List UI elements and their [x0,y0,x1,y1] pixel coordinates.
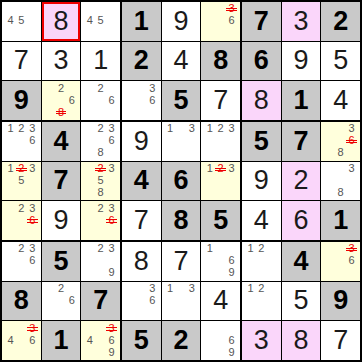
candidate-1: 1 [204,243,215,255]
cell-r8c4[interactable]: 36 [122,282,161,321]
solved-digit: 7 [14,47,29,74]
solved-digit: 8 [293,327,308,354]
given-digit: 9 [14,87,29,114]
given-digit: 7 [293,128,308,155]
solved-digit: 7 [333,327,348,354]
candidate-3: 3 [147,82,158,94]
cell-r3c7[interactable]: 8 [242,81,281,120]
given-digit: 4 [134,167,149,194]
candidate-3: 3 [27,243,38,255]
solved-digit: 8 [134,248,149,275]
candidate-2: 2 [56,82,67,94]
candidate-3: 3 [27,202,38,214]
pencil-marks: 169 [204,243,237,279]
cell-r5c3[interactable]: 2358 [81,162,120,201]
given-digit: 1 [333,207,348,234]
candidate-1: 1 [165,123,176,135]
cell-r6c1[interactable]: 236 [2,201,41,240]
candidate-9: 9 [106,267,117,279]
candidate-2: 2 [215,123,226,135]
cell-r3c3[interactable]: 26 [81,81,120,120]
pencil-marks: 236 [5,243,38,279]
box-3: 732695814 [242,2,360,120]
solved-digit: 7 [173,248,188,275]
cell-r3c1[interactable]: 9 [2,81,41,120]
candidate-6: 6 [346,255,357,267]
solved-digit: 9 [134,128,149,155]
cell-r2c6[interactable]: 8 [201,42,240,81]
pencil-marks: 2368 [84,123,117,159]
candidate-4: 4 [84,15,95,27]
box-4: 1236423681235723582369236 [2,122,120,240]
candidate-3: 3 [27,163,38,175]
cell-r4c4[interactable]: 9 [122,122,161,161]
cell-r8c1[interactable]: 8 [2,282,41,321]
candidate-2: 2 [16,243,27,255]
given-digit: 9 [333,287,348,314]
cell-r6c4[interactable]: 7 [122,201,161,240]
cell-r9c6[interactable]: 69 [201,321,240,360]
pencil-marks: 38 [324,163,357,199]
candidate-1: 1 [204,163,215,175]
solved-digit: 9 [53,207,68,234]
cell-r1c2[interactable]: 8 [42,2,81,41]
cell-r6c7[interactable]: 4 [242,201,281,240]
candidate-3: 3 [186,283,197,295]
candidate-3: 3 [106,163,117,175]
candidate-2: 2 [95,243,106,255]
cell-r8c3[interactable]: 7 [81,282,120,321]
cell-r7c4[interactable]: 8 [122,242,161,281]
pencil-marks: 1235 [5,163,38,199]
cell-r8c8[interactable]: 5 [282,282,321,321]
given-digit: 5 [213,207,228,234]
pencil-marks: 123 [204,163,237,199]
cell-r2c7[interactable]: 6 [242,42,281,81]
cell-r3c6[interactable]: 7 [201,81,240,120]
given-digit: 2 [134,47,149,74]
candidate-6: 6 [106,94,117,106]
solved-digit: 3 [293,8,308,35]
candidate-6: 6 [226,255,237,267]
eliminated-candidate-8: 8 [56,106,67,118]
candidate-1: 1 [5,163,16,175]
cell-r8c6[interactable]: 4 [201,282,240,321]
solved-digit: 7 [213,87,228,114]
pencil-marks: 236 [84,202,117,238]
cell-r4c9[interactable]: 368 [321,122,360,161]
pencil-marks: 12 [245,283,278,319]
solved-digit: 7 [134,207,149,234]
solved-digit: 4 [213,287,228,314]
pencil-marks: 36 [125,82,158,118]
given-digit: 2 [333,8,348,35]
cell-r7c5[interactable]: 7 [162,242,201,281]
solved-digit: 3 [254,327,269,354]
candidate-5: 5 [95,15,106,27]
pencil-marks: 69 [204,322,237,358]
candidate-3: 3 [226,123,237,135]
solved-digit: 4 [173,47,188,74]
pencil-marks: 36 [204,3,237,39]
cell-r6c2[interactable]: 9 [42,201,81,240]
given-digit: 6 [173,167,188,194]
cell-r5c6[interactable]: 123 [201,162,240,201]
given-digit: 8 [213,47,228,74]
pencil-marks: 346 [5,322,38,358]
cell-r5c5[interactable]: 6 [162,162,201,201]
candidate-2: 2 [95,123,106,135]
pencil-marks: 36 [125,283,158,319]
cell-r5c7[interactable]: 9 [242,162,281,201]
cell-r1c1[interactable]: 45 [2,2,41,41]
cell-r9c8[interactable]: 8 [282,321,321,360]
candidate-3: 3 [106,243,117,255]
cell-r2c4[interactable]: 2 [122,42,161,81]
box-1: 45845731926826 [2,2,120,120]
candidate-5: 5 [95,175,106,187]
candidate-4: 4 [5,334,16,346]
cell-r7c6[interactable]: 169 [201,242,240,281]
solved-digit: 8 [254,87,269,114]
given-digit: 5 [53,248,68,275]
cell-r7c2[interactable]: 5 [42,242,81,281]
pencil-marks: 236 [5,202,38,238]
cell-r3c8[interactable]: 1 [282,81,321,120]
pencil-marks: 13 [165,123,198,159]
cell-r1c3[interactable]: 45 [81,2,120,41]
solved-digit: 4 [254,207,269,234]
candidate-4: 4 [5,15,16,27]
candidate-3: 3 [147,283,158,295]
cell-r1c7[interactable]: 7 [242,2,281,41]
cell-r3c2[interactable]: 268 [42,81,81,120]
cell-r5c8[interactable]: 2 [282,162,321,201]
cell-r1c5[interactable]: 9 [162,2,201,41]
candidate-9: 9 [226,267,237,279]
candidate-2: 2 [256,243,267,255]
pencil-marks: 1236 [5,123,38,159]
cell-r3c5[interactable]: 5 [162,81,201,120]
candidate-8: 8 [335,147,346,159]
cell-r2c3[interactable]: 1 [81,42,120,81]
solved-digit: 9 [293,47,308,74]
candidate-1: 1 [245,243,256,255]
candidate-2: 2 [16,123,27,135]
cell-r2c9[interactable]: 5 [321,42,360,81]
solved-digit: 9 [254,167,269,194]
candidate-2: 2 [56,283,67,295]
solved-digit: 5 [293,287,308,314]
candidate-4: 4 [84,334,95,346]
candidate-2: 2 [95,82,106,94]
cell-r8c5[interactable]: 13 [162,282,201,321]
cell-r7c7[interactable]: 12 [242,242,281,281]
eliminated-candidate-3: 3 [346,243,357,255]
pencil-marks: 3469 [84,322,117,358]
given-digit: 1 [134,8,149,35]
box-9: 124361259387 [242,242,360,360]
pencil-marks: 239 [84,243,117,279]
box-7: 2365239826734613469 [2,242,120,360]
candidate-1: 1 [165,283,176,295]
cell-r4c7[interactable]: 5 [242,122,281,161]
cell-r7c8[interactable]: 4 [282,242,321,281]
cell-r9c2[interactable]: 1 [42,321,81,360]
candidate-2: 2 [16,202,27,214]
candidate-1: 1 [204,123,215,135]
eliminated-candidate-6: 6 [27,214,38,226]
candidate-8: 8 [95,147,106,159]
cell-r2c8[interactable]: 9 [282,42,321,81]
eliminated-candidate-3: 3 [27,322,38,334]
cell-r6c5[interactable]: 8 [162,201,201,240]
box-2: 19362483657 [122,2,240,120]
given-digit: 8 [173,207,188,234]
candidate-8: 8 [95,186,106,198]
cell-r2c2[interactable]: 3 [42,42,81,81]
candidate-9: 9 [226,346,237,358]
cell-r4c1[interactable]: 1236 [2,122,41,161]
solved-digit: 2 [293,167,308,194]
box-5: 91312346123785 [122,122,240,240]
cell-r9c5[interactable]: 2 [162,321,201,360]
solved-digit: 9 [173,8,188,35]
cell-r5c2[interactable]: 7 [42,162,81,201]
candidate-6: 6 [66,94,77,106]
given-digit: 5 [134,327,149,354]
given-digit: 7 [53,167,68,194]
cell-r5c9[interactable]: 38 [321,162,360,201]
eliminated-candidate-2: 2 [95,163,106,175]
candidate-6: 6 [27,255,38,267]
candidate-3: 3 [346,123,357,135]
cell-r9c7[interactable]: 3 [242,321,281,360]
candidate-3: 3 [186,123,197,135]
solved-digit: 6 [293,207,308,234]
pencil-marks: 268 [45,82,78,118]
candidate-3: 3 [346,163,357,175]
given-digit: 6 [254,47,269,74]
candidate-6: 6 [226,15,237,27]
candidate-5: 5 [16,15,27,27]
solved-digit: 5 [333,47,348,74]
pencil-marks: 2358 [84,163,117,199]
solved-digit: 3 [53,47,68,74]
candidate-6: 6 [66,295,77,307]
candidate-2: 2 [95,202,106,214]
pencil-marks: 13 [165,283,198,319]
given-digit: 4 [53,128,68,155]
cell-r3c9[interactable]: 4 [321,81,360,120]
cell-r4c8[interactable]: 7 [282,122,321,161]
given-digit: 2 [173,327,188,354]
cell-r9c9[interactable]: 7 [321,321,360,360]
cell-r3c4[interactable]: 36 [122,81,161,120]
given-digit: 1 [53,327,68,354]
candidate-6: 6 [27,135,38,147]
cell-r6c6[interactable]: 5 [201,201,240,240]
cell-r6c8[interactable]: 6 [282,201,321,240]
candidate-6: 6 [106,135,117,147]
candidate-6: 6 [147,295,158,307]
candidate-3: 3 [226,163,237,175]
cell-r7c3[interactable]: 239 [81,242,120,281]
eliminated-candidate-6: 6 [106,214,117,226]
cell-r8c7[interactable]: 12 [242,282,281,321]
cell-r6c3[interactable]: 236 [81,201,120,240]
candidate-6: 6 [27,334,38,346]
cell-r4c6[interactable]: 123 [201,122,240,161]
given-digit: 8 [14,287,29,314]
cell-r4c5[interactable]: 13 [162,122,201,161]
cell-r5c1[interactable]: 1235 [2,162,41,201]
pencil-marks: 368 [324,123,357,159]
pencil-marks: 12 [245,243,278,279]
pencil-marks: 123 [204,123,237,159]
cell-r6c9[interactable]: 1 [321,201,360,240]
cell-r2c5[interactable]: 4 [162,42,201,81]
cell-r8c2[interactable]: 26 [42,282,81,321]
box-8: 87169361345269 [122,242,240,360]
solved-digit: 1 [93,47,108,74]
candidate-8: 8 [335,186,346,198]
given-digit: 7 [93,287,108,314]
pencil-marks: 45 [84,3,117,39]
pencil-marks: 26 [45,283,78,319]
candidate-2: 2 [256,283,267,295]
given-digit: 7 [254,8,269,35]
eliminated-candidate-3: 3 [106,322,117,334]
cell-r7c1[interactable]: 236 [2,242,41,281]
given-digit: 4 [293,248,308,275]
candidate-5: 5 [16,175,27,187]
sudoku-board: 4584573192682619362483657732695814123642… [0,0,362,362]
cell-r1c8[interactable]: 3 [282,2,321,41]
given-digit: 5 [173,87,188,114]
cell-r9c1[interactable]: 346 [2,321,41,360]
solved-digit: 4 [333,87,348,114]
candidate-6: 6 [147,94,158,106]
pencil-marks: 45 [5,3,38,39]
cell-r4c3[interactable]: 2368 [81,122,120,161]
pencil-marks: 26 [84,82,117,118]
pencil-marks: 36 [324,243,357,279]
cell-r9c4[interactable]: 5 [122,321,161,360]
cell-r9c3[interactable]: 3469 [81,321,120,360]
solved-digit: 8 [53,8,68,35]
cell-r5c4[interactable]: 4 [122,162,161,201]
candidate-1: 1 [245,283,256,295]
cell-r7c9[interactable]: 36 [321,242,360,281]
candidate-6: 6 [226,334,237,346]
cell-r4c2[interactable]: 4 [42,122,81,161]
cell-r1c4[interactable]: 1 [122,2,161,41]
candidate-9: 9 [106,346,117,358]
cell-r1c9[interactable]: 2 [321,2,360,41]
candidate-3: 3 [106,123,117,135]
eliminated-candidate-3: 3 [226,3,237,15]
candidate-1: 1 [5,123,16,135]
given-digit: 1 [293,87,308,114]
cell-r1c6[interactable]: 36 [201,2,240,41]
cell-r8c9[interactable]: 9 [321,282,360,321]
eliminated-candidate-2: 2 [16,163,27,175]
eliminated-candidate-6: 6 [346,135,357,147]
eliminated-candidate-2: 2 [215,163,226,175]
cell-r2c1[interactable]: 7 [2,42,41,81]
given-digit: 5 [254,128,269,155]
candidate-6: 6 [106,334,117,346]
candidate-3: 3 [106,202,117,214]
candidate-3: 3 [27,123,38,135]
box-6: 573689238461 [242,122,360,240]
